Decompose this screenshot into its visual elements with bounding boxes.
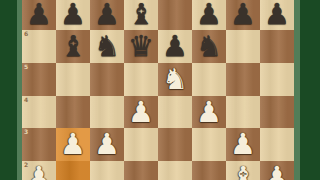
square-h6[interactable] [260, 30, 294, 63]
square-g6[interactable] [226, 30, 260, 63]
square-b2[interactable] [56, 161, 90, 180]
square-d5[interactable] [124, 63, 158, 96]
square-d7[interactable]: ♝ [124, 0, 158, 30]
square-f4[interactable]: ♟ [192, 96, 226, 129]
black-pawn[interactable]: ♟ [226, 0, 260, 30]
white-pawn[interactable]: ♟ [124, 96, 158, 129]
square-e4[interactable] [158, 96, 192, 129]
rank-label-5: 5 [24, 64, 28, 70]
white-pawn[interactable]: ♟ [22, 161, 56, 180]
square-h2[interactable]: ♟ [260, 161, 294, 180]
square-g5[interactable] [226, 63, 260, 96]
white-pawn[interactable]: ♟ [226, 128, 260, 161]
square-g4[interactable] [226, 96, 260, 129]
square-d6[interactable]: ♛ [124, 30, 158, 63]
square-f5[interactable] [192, 63, 226, 96]
square-f6[interactable]: ♞ [192, 30, 226, 63]
square-b3[interactable]: ♟ [56, 128, 90, 161]
square-c5[interactable] [90, 63, 124, 96]
square-e3[interactable] [158, 128, 192, 161]
black-pawn[interactable]: ♟ [22, 0, 56, 30]
square-c2[interactable] [90, 161, 124, 180]
rank-label-6: 6 [24, 31, 28, 37]
square-f7[interactable]: ♟ [192, 0, 226, 30]
square-a5[interactable]: 5 [22, 63, 56, 96]
right-green-edge [294, 0, 300, 180]
square-f2[interactable] [192, 161, 226, 180]
black-bishop[interactable]: ♝ [56, 30, 90, 63]
square-d2[interactable] [124, 161, 158, 180]
square-e6[interactable]: ♟ [158, 30, 192, 63]
black-pawn[interactable]: ♟ [56, 0, 90, 30]
white-pawn[interactable]: ♟ [56, 128, 90, 161]
square-e5[interactable]: ♞ [158, 63, 192, 96]
white-pawn[interactable]: ♟ [192, 96, 226, 129]
square-b5[interactable] [56, 63, 90, 96]
black-knight[interactable]: ♞ [90, 30, 124, 63]
square-c4[interactable] [90, 96, 124, 129]
square-h3[interactable] [260, 128, 294, 161]
white-bishop[interactable]: ♝ [226, 161, 260, 180]
square-a3[interactable]: 3 [22, 128, 56, 161]
square-g2[interactable]: ♝ [226, 161, 260, 180]
video-frame: { "game": "chess", "position": { "fen": … [0, 0, 320, 180]
square-f3[interactable] [192, 128, 226, 161]
black-pawn[interactable]: ♟ [192, 0, 226, 30]
square-a4[interactable]: 4 [22, 96, 56, 129]
black-knight[interactable]: ♞ [192, 30, 226, 63]
square-h7[interactable]: ♟ [260, 0, 294, 30]
square-e7[interactable] [158, 0, 192, 30]
square-b7[interactable]: ♟ [56, 0, 90, 30]
chess-board[interactable]: ♟♟♟♝♟♟♟6♝♞♛♟♞5♞4♟♟3♟♟♟2♟♝♟ [22, 0, 294, 180]
square-b4[interactable] [56, 96, 90, 129]
black-pawn[interactable]: ♟ [158, 30, 192, 63]
square-b6[interactable]: ♝ [56, 30, 90, 63]
white-pawn[interactable]: ♟ [260, 161, 294, 180]
square-c6[interactable]: ♞ [90, 30, 124, 63]
rank-label-3: 3 [24, 129, 28, 135]
square-d4[interactable]: ♟ [124, 96, 158, 129]
square-a6[interactable]: 6 [22, 30, 56, 63]
square-g3[interactable]: ♟ [226, 128, 260, 161]
black-bishop[interactable]: ♝ [124, 0, 158, 30]
square-h4[interactable] [260, 96, 294, 129]
square-a7[interactable]: ♟ [22, 0, 56, 30]
white-knight[interactable]: ♞ [158, 63, 192, 96]
black-queen[interactable]: ♛ [124, 30, 158, 63]
square-c7[interactable]: ♟ [90, 0, 124, 30]
black-pawn[interactable]: ♟ [260, 0, 294, 30]
square-g7[interactable]: ♟ [226, 0, 260, 30]
square-c3[interactable]: ♟ [90, 128, 124, 161]
square-h5[interactable] [260, 63, 294, 96]
square-e2[interactable] [158, 161, 192, 180]
black-pawn[interactable]: ♟ [90, 0, 124, 30]
square-d3[interactable] [124, 128, 158, 161]
rank-label-4: 4 [24, 97, 28, 103]
white-pawn[interactable]: ♟ [90, 128, 124, 161]
square-a2[interactable]: 2♟ [22, 161, 56, 180]
